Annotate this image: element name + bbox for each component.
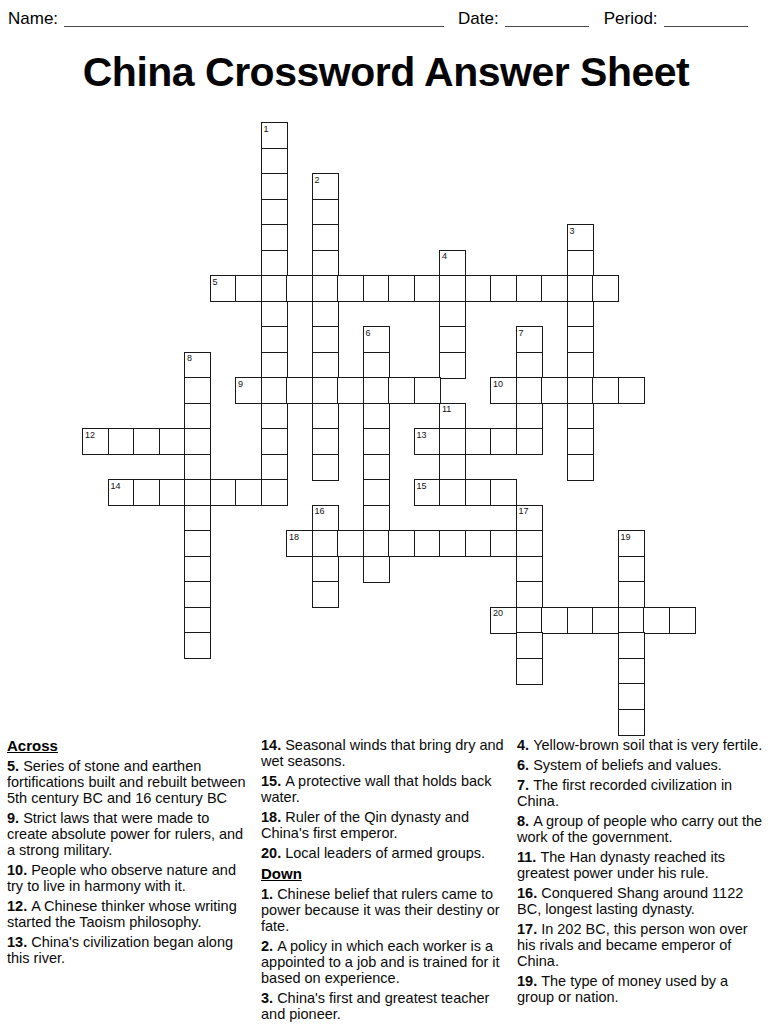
- clue-number: 9.: [7, 810, 23, 826]
- cell-number-7: 7: [519, 329, 524, 338]
- grid-cell-r10c13[interactable]: [414, 377, 441, 404]
- grid-cell-r12c2[interactable]: [133, 428, 160, 455]
- grid-cell-r15c4[interactable]: [184, 505, 211, 532]
- grid-cell-r11c11[interactable]: [363, 403, 390, 430]
- grid-cell-r12c4[interactable]: [184, 428, 211, 455]
- grid-cell-r5c9[interactable]: [312, 250, 339, 277]
- cell-number-8: 8: [187, 354, 192, 363]
- clue-16: 16. Conquered Shang around 1122 BC, long…: [517, 885, 765, 917]
- period-label: Period:: [604, 9, 658, 29]
- grid-cell-r5c19[interactable]: [567, 250, 594, 277]
- clue-number: 7.: [517, 777, 533, 793]
- grid-cell-r13c4[interactable]: [184, 454, 211, 481]
- grid-cell-r16c15[interactable]: [465, 530, 492, 557]
- date-label: Date:: [458, 9, 499, 29]
- clue-number: 20.: [261, 845, 285, 861]
- grid-cell-r19c22[interactable]: [643, 607, 670, 634]
- period-line[interactable]: [664, 25, 748, 27]
- grid-cell-r14c15[interactable]: [465, 479, 492, 506]
- grid-cell-r12c3[interactable]: [159, 428, 186, 455]
- grid-cell-r8c7[interactable]: [261, 326, 288, 353]
- clue-number: 15.: [261, 773, 285, 789]
- grid-cell-r9c19[interactable]: [567, 352, 594, 379]
- grid-cell-r2c7[interactable]: [261, 173, 288, 200]
- clue-6: 6. System of beliefs and values.: [517, 757, 765, 773]
- grid-cell-r20c21[interactable]: [618, 632, 645, 659]
- grid-cell-r12c14[interactable]: [439, 428, 466, 455]
- clue-20: 20. Local leaders of armed groups.: [261, 845, 509, 861]
- clue-18: 18. Ruler of the Qin dynasty and China's…: [261, 809, 509, 841]
- clue-5: 5. Series of stone and earthen fortifica…: [7, 758, 253, 806]
- grid-cell-r12c17[interactable]: [516, 428, 543, 455]
- clues-column-1: Across5. Series of stone and earthen for…: [7, 737, 253, 1024]
- grid-cell-r11c19[interactable]: [567, 403, 594, 430]
- grid-cell-r6c20[interactable]: [592, 275, 619, 302]
- grid-cell-r14c16[interactable]: [490, 479, 517, 506]
- grid-cell-r14c3[interactable]: [159, 479, 186, 506]
- clue-number: 16.: [517, 885, 541, 901]
- grid-cell-r9c17[interactable]: [516, 352, 543, 379]
- clue-14: 14. Seasonal winds that bring dry and we…: [261, 737, 509, 769]
- clue-8: 8. A group of people who carry out the w…: [517, 813, 765, 845]
- clue-2: 2. A policy in which each worker is a ap…: [261, 938, 509, 986]
- clue-number: 10.: [7, 862, 31, 878]
- grid-cell-r8c14[interactable]: [439, 326, 466, 353]
- grid-cell-r8c9[interactable]: [312, 326, 339, 353]
- grid-cell-r17c9[interactable]: [312, 556, 339, 583]
- grid-cell-r6c11[interactable]: [363, 275, 390, 302]
- grid-cell-r6c9[interactable]: [312, 275, 339, 302]
- clue-12: 12. A Chinese thinker whose writing star…: [7, 898, 253, 930]
- clues-column-2: 14. Seasonal winds that bring dry and we…: [261, 737, 509, 1024]
- clue-17: 17. In 202 BC, this person won over his …: [517, 921, 765, 969]
- grid-cell-r6c8[interactable]: [286, 275, 313, 302]
- grid-cell-r19c19[interactable]: [567, 607, 594, 634]
- grid-cell-r19c4[interactable]: [184, 607, 211, 634]
- clues-section: Across5. Series of stone and earthen for…: [7, 737, 765, 1024]
- clue-15: 15. A protective wall that holds back wa…: [261, 773, 509, 805]
- grid-cell-r10c8[interactable]: [286, 377, 313, 404]
- name-label: Name:: [8, 9, 58, 29]
- grid-cell-r17c11[interactable]: [363, 556, 390, 583]
- clue-11: 11. The Han dynasty reached its greatest…: [517, 849, 765, 881]
- clue-number: 6.: [517, 757, 533, 773]
- grid-cell-r21c17[interactable]: [516, 658, 543, 685]
- clue-number: 14.: [261, 737, 285, 753]
- grid-cell-r15c11[interactable]: [363, 505, 390, 532]
- grid-cell-r13c14[interactable]: [439, 454, 466, 481]
- grid-cell-r12c9[interactable]: [312, 428, 339, 455]
- clue-10: 10. People who observe nature and try to…: [7, 862, 253, 894]
- grid-cell-r6c19[interactable]: [567, 275, 594, 302]
- grid-cell-r12c15[interactable]: [465, 428, 492, 455]
- cell-number-18: 18: [289, 533, 299, 542]
- clue-number: 5.: [7, 758, 23, 774]
- grid-cell-r9c14[interactable]: [439, 352, 466, 379]
- grid-cell-r8c19[interactable]: [567, 326, 594, 353]
- header: Name: Date: Period:: [8, 9, 758, 29]
- grid-cell-r6c15[interactable]: [465, 275, 492, 302]
- grid-cell-r16c4[interactable]: [184, 530, 211, 557]
- down-heading: Down: [261, 865, 509, 883]
- grid-cell-r16c16[interactable]: [490, 530, 517, 557]
- clue-number: 2.: [261, 938, 277, 954]
- grid-cell-r9c9[interactable]: [312, 352, 339, 379]
- grid-cell-r16c11[interactable]: [363, 530, 390, 557]
- cell-number-9: 9: [238, 380, 243, 389]
- grid-cell-r17c4[interactable]: [184, 556, 211, 583]
- clue-number: 1.: [261, 886, 277, 902]
- cell-number-4: 4: [442, 252, 447, 261]
- grid-cell-r6c12[interactable]: [388, 275, 415, 302]
- grid-cell-r7c7[interactable]: [261, 301, 288, 328]
- cell-number-20: 20: [493, 609, 503, 618]
- grid-cell-r20c17[interactable]: [516, 632, 543, 659]
- cell-number-16: 16: [315, 507, 325, 516]
- grid-cell-r19c23[interactable]: [669, 607, 696, 634]
- grid-cell-r14c14[interactable]: [439, 479, 466, 506]
- grid-cell-r14c7[interactable]: [261, 479, 288, 506]
- grid-cell-r20c4[interactable]: [184, 632, 211, 659]
- cell-number-15: 15: [417, 482, 427, 491]
- grid-cell-r11c9[interactable]: [312, 403, 339, 430]
- grid-cell-r6c6[interactable]: [235, 275, 262, 302]
- crossword-grid: 1234567891011121314151617181920: [82, 122, 696, 736]
- grid-cell-r6c16[interactable]: [490, 275, 517, 302]
- grid-cell-r3c7[interactable]: [261, 199, 288, 226]
- grid-cell-r18c21[interactable]: [618, 581, 645, 608]
- cell-number-17: 17: [519, 507, 529, 516]
- cell-number-3: 3: [570, 227, 575, 236]
- grid-cell-r13c9[interactable]: [312, 454, 339, 481]
- clue-number: 8.: [517, 813, 533, 829]
- grid-cell-r17c17[interactable]: [516, 556, 543, 583]
- grid-cell-r10c21[interactable]: [618, 377, 645, 404]
- grid-cell-r9c11[interactable]: [363, 352, 390, 379]
- cell-number-13: 13: [417, 431, 427, 440]
- grid-cell-r14c5[interactable]: [210, 479, 237, 506]
- grid-cell-r13c19[interactable]: [567, 454, 594, 481]
- cell-number-5: 5: [213, 278, 218, 287]
- clue-number: 12.: [7, 898, 31, 914]
- cell-number-12: 12: [85, 431, 95, 440]
- grid-cell-r16c17[interactable]: [516, 530, 543, 557]
- clue-19: 19. The type of money used by a group or…: [517, 973, 765, 1005]
- clue-number: 17.: [517, 921, 541, 937]
- date-line[interactable]: [505, 25, 589, 27]
- grid-cell-r19c18[interactable]: [541, 607, 568, 634]
- grid-cell-r21c21[interactable]: [618, 658, 645, 685]
- grid-cell-r10c7[interactable]: [261, 377, 288, 404]
- grid-cell-r4c9[interactable]: [312, 224, 339, 251]
- grid-cell-r16c9[interactable]: [312, 530, 339, 557]
- grid-cell-r9c7[interactable]: [261, 352, 288, 379]
- clue-13: 13. China's civilization began along thi…: [7, 934, 253, 966]
- clue-number: 13.: [7, 934, 31, 950]
- worksheet-page: Name: Date: Period: China Crossword Answ…: [0, 0, 772, 1024]
- grid-cell-r5c7[interactable]: [261, 250, 288, 277]
- clue-number: 18.: [261, 809, 285, 825]
- grid-cell-r1c7[interactable]: [261, 148, 288, 175]
- clue-7: 7. The first recorded civilization in Ch…: [517, 777, 765, 809]
- grid-cell-r10c10[interactable]: [337, 377, 364, 404]
- grid-cell-r10c20[interactable]: [592, 377, 619, 404]
- clue-3: 3. China's first and greatest teacher an…: [261, 990, 509, 1022]
- clue-number: 19.: [517, 973, 541, 989]
- grid-cell-r10c18[interactable]: [541, 377, 568, 404]
- grid-cell-r6c14[interactable]: [439, 275, 466, 302]
- grid-cell-r11c4[interactable]: [184, 403, 211, 430]
- grid-cell-r14c4[interactable]: [184, 479, 211, 506]
- grid-cell-r14c11[interactable]: [363, 479, 390, 506]
- grid-cell-r18c4[interactable]: [184, 581, 211, 608]
- grid-cell-r13c11[interactable]: [363, 454, 390, 481]
- grid-cell-r19c21[interactable]: [618, 607, 645, 634]
- page-title: China Crossword Answer Sheet: [0, 47, 772, 97]
- grid-cell-r13c7[interactable]: [261, 454, 288, 481]
- grid-cell-r19c17[interactable]: [516, 607, 543, 634]
- clue-number: 11.: [517, 849, 540, 865]
- cell-number-10: 10: [493, 380, 503, 389]
- clue-1: 1. Chinese belief that rulers came to po…: [261, 886, 509, 934]
- cell-number-1: 1: [264, 125, 269, 134]
- grid-cell-r10c9[interactable]: [312, 377, 339, 404]
- grid-cell-r14c6[interactable]: [235, 479, 262, 506]
- cell-number-11: 11: [442, 405, 451, 414]
- grid-cell-r12c7[interactable]: [261, 428, 288, 455]
- grid-cell-r11c17[interactable]: [516, 403, 543, 430]
- grid-cell-r6c17[interactable]: [516, 275, 543, 302]
- grid-cell-r18c9[interactable]: [312, 581, 339, 608]
- grid-cell-r12c16[interactable]: [490, 428, 517, 455]
- grid-cell-r16c12[interactable]: [388, 530, 415, 557]
- cell-number-2: 2: [315, 176, 320, 185]
- grid-cell-r6c10[interactable]: [337, 275, 364, 302]
- grid-cell-r19c20[interactable]: [592, 607, 619, 634]
- grid-cell-r14c2[interactable]: [133, 479, 160, 506]
- grid-cell-r10c11[interactable]: [363, 377, 390, 404]
- clue-9: 9. Strict laws that were made to create …: [7, 810, 253, 858]
- grid-cell-r10c19[interactable]: [567, 377, 594, 404]
- grid-cell-r12c19[interactable]: [567, 428, 594, 455]
- grid-cell-r7c19[interactable]: [567, 301, 594, 328]
- grid-cell-r10c17[interactable]: [516, 377, 543, 404]
- grid-cell-r16c14[interactable]: [439, 530, 466, 557]
- grid-cell-r17c21[interactable]: [618, 556, 645, 583]
- grid-cell-r10c4[interactable]: [184, 377, 211, 404]
- clue-number: 3.: [261, 990, 277, 1006]
- cell-number-19: 19: [621, 533, 631, 542]
- grid-cell-r22c21[interactable]: [618, 683, 645, 710]
- grid-cell-r6c7[interactable]: [261, 275, 288, 302]
- name-line[interactable]: [64, 25, 444, 27]
- grid-cell-r18c17[interactable]: [516, 581, 543, 608]
- grid-cell-r16c13[interactable]: [414, 530, 441, 557]
- grid-cell-r11c7[interactable]: [261, 403, 288, 430]
- grid-cell-r23c21[interactable]: [618, 709, 645, 736]
- grid-cell-r4c7[interactable]: [261, 224, 288, 251]
- grid-cell-r12c1[interactable]: [108, 428, 135, 455]
- cell-number-6: 6: [366, 329, 371, 338]
- grid-cell-r10c12[interactable]: [388, 377, 415, 404]
- across-heading: Across: [7, 737, 253, 755]
- clue-number: 4.: [517, 737, 533, 753]
- grid-cell-r12c11[interactable]: [363, 428, 390, 455]
- clue-4: 4. Yellow-brown soil that is very fertil…: [517, 737, 765, 753]
- grid-cell-r16c10[interactable]: [337, 530, 364, 557]
- clues-column-3: 4. Yellow-brown soil that is very fertil…: [517, 737, 765, 1024]
- grid-cell-r3c9[interactable]: [312, 199, 339, 226]
- grid-cell-r7c9[interactable]: [312, 301, 339, 328]
- grid-cell-r6c18[interactable]: [541, 275, 568, 302]
- cell-number-14: 14: [111, 482, 121, 491]
- grid-cell-r7c14[interactable]: [439, 301, 466, 328]
- grid-cell-r6c13[interactable]: [414, 275, 441, 302]
